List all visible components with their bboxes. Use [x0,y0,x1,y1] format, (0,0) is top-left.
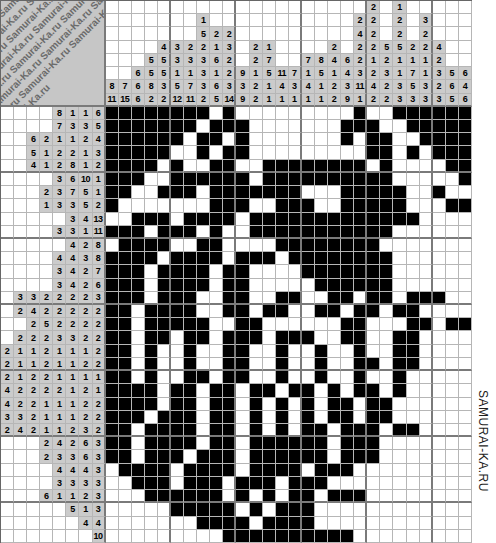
left-clue-cell: 8 [93,252,106,265]
grid-cell-empty [132,437,145,450]
grid-cell-filled [132,160,145,173]
grid-cell-empty [197,398,210,411]
grid-cell-empty [106,530,119,543]
grid-cell-filled [354,239,367,252]
left-clue-cell [66,517,79,530]
grid-cell-filled [197,477,210,490]
left-clue-cell [14,160,27,173]
top-clue-cell: 5 [446,94,459,107]
top-clue-cell [119,54,132,67]
grid-cell-empty [446,173,459,186]
grid-cell-empty [236,411,249,424]
grid-cell-filled [407,345,420,358]
grid-cell-filled [289,239,302,252]
top-clue-cell [145,1,158,14]
grid-cell-filled [236,265,249,278]
left-clue-cell: 2 [27,424,40,437]
top-clue-cell [145,27,158,40]
grid-cell-empty [354,517,367,530]
left-clue-cell [40,226,53,239]
grid-cell-filled [119,160,132,173]
grid-cell-filled [236,279,249,292]
grid-cell-filled [315,464,328,477]
grid-cell-filled [302,252,315,265]
left-clue-cell: 1 [66,411,79,424]
grid-cell-filled [328,411,341,424]
grid-cell-empty [184,517,197,530]
left-clue-cell [53,517,66,530]
grid-cell-filled [276,371,289,384]
left-clue-cell: 1 [53,398,66,411]
left-clue-cell: 2 [66,305,79,318]
top-clue-cell: 11 [184,94,197,107]
left-clue-cell [40,477,53,490]
left-clue-cell [1,318,14,331]
top-clue-cell: 11 [106,94,119,107]
grid-cell-filled [106,199,119,212]
left-clue-cell: 1 [79,160,92,173]
grid-cell-empty [393,411,406,424]
grid-cell-filled [119,450,132,463]
left-clue-cell: 2 [27,384,40,397]
grid-cell-empty [367,345,380,358]
grid-cell-filled [210,437,223,450]
grid-cell-empty [145,199,158,212]
grid-cell-filled [158,292,171,305]
grid-cell-filled [184,424,197,437]
left-clue-cell: 2 [79,239,92,252]
grid-cell-filled [302,530,315,543]
left-clue-cell: 3 [14,411,27,424]
grid-cell-filled [223,331,236,344]
grid-cell-filled [367,450,380,463]
grid-cell-empty [158,160,171,173]
grid-cell-filled [132,146,145,159]
grid-cell-empty [446,186,459,199]
top-clue-cell [302,1,315,14]
grid-cell-filled [302,517,315,530]
grid-cell-filled [302,213,315,226]
left-clue-cell: 6 [27,133,40,146]
grid-cell-filled [145,318,158,331]
left-clue-cell [14,490,27,503]
left-clue-cell: 2 [79,358,92,371]
grid-cell-filled [289,186,302,199]
grid-cell-empty [393,265,406,278]
left-clue-cell: 2 [53,318,66,331]
left-clue-cell: 4 [66,252,79,265]
grid-cell-empty [459,252,472,265]
grid-cell-filled [171,279,184,292]
grid-cell-filled [393,213,406,226]
grid-cell-filled [145,437,158,450]
grid-cell-empty [459,292,472,305]
grid-cell-filled [119,146,132,159]
top-clue-cell [380,1,393,14]
grid-cell-empty [446,464,459,477]
top-clue-cell: 14 [223,94,236,107]
grid-cell-filled [158,120,171,133]
grid-cell-filled [106,305,119,318]
grid-cell-filled [302,424,315,437]
left-clue-cell [27,107,40,120]
grid-cell-empty [328,371,341,384]
top-clue-cell: 1 [184,67,197,80]
grid-cell-filled [223,199,236,212]
grid-cell-filled [171,226,184,239]
grid-cell-filled [210,186,223,199]
grid-cell-empty [433,252,446,265]
grid-cell-empty [433,517,446,530]
grid-cell-filled [223,464,236,477]
grid-cell-empty [263,292,276,305]
grid-cell-empty [289,358,302,371]
left-clue-cell: 1 [40,146,53,159]
grid-cell-filled [354,318,367,331]
grid-cell-filled [367,146,380,159]
top-clue-cell: 3 [236,80,249,93]
grid-cell-empty [315,107,328,120]
left-clue-cell [40,517,53,530]
grid-cell-empty [197,160,210,173]
grid-cell-filled [197,173,210,186]
grid-cell-filled [158,305,171,318]
grid-cell-empty [433,226,446,239]
grid-cell-filled [223,384,236,397]
left-clue-cell [27,252,40,265]
grid-cell-filled [380,173,393,186]
top-clue-cell [380,14,393,27]
grid-cell-filled [106,265,119,278]
left-clue-cell [1,437,14,450]
left-clue-cell [27,517,40,530]
grid-cell-empty [263,331,276,344]
grid-cell-filled [236,477,249,490]
grid-cell-empty [145,173,158,186]
grid-cell-filled [328,239,341,252]
left-clue-cell: 3 [66,226,79,239]
grid-cell-empty [446,530,459,543]
grid-cell-empty [223,318,236,331]
left-clue-cell: 1 [79,107,92,120]
grid-cell-filled [184,318,197,331]
top-clue-cell: 5 [145,54,158,67]
top-clue-cell: 3 [158,80,171,93]
left-clue-cell: 1 [79,371,92,384]
grid-cell-empty [171,371,184,384]
grid-cell-empty [315,411,328,424]
grid-cell-filled [315,239,328,252]
left-clue-cell: 3 [53,226,66,239]
grid-cell-filled [158,464,171,477]
grid-cell-filled [263,252,276,265]
top-clue-cell: 2 [380,94,393,107]
grid-cell-empty [354,530,367,543]
grid-cell-filled [171,305,184,318]
top-clue-cell: 4 [459,80,472,93]
grid-cell-filled [119,331,132,344]
top-clue-cell: 4 [354,27,367,40]
grid-cell-filled [459,318,472,331]
grid-cell-empty [184,530,197,543]
grid-cell-empty [407,450,420,463]
top-clue-cell [433,27,446,40]
grid-cell-empty [263,411,276,424]
left-clue-cell: 3 [79,424,92,437]
top-clue-cell: 2 [380,80,393,93]
left-clue-cell [1,331,14,344]
left-clue-cell: 4 [79,464,92,477]
grid-cell-empty [446,437,459,450]
grid-cell-filled [289,160,302,173]
grid-cell-empty [302,305,315,318]
grid-cell-filled [407,358,420,371]
grid-cell-filled [197,213,210,226]
left-clue-cell: 2 [40,384,53,397]
top-clue-cell: 3 [393,80,406,93]
grid-cell-filled [341,173,354,186]
grid-cell-empty [197,199,210,212]
grid-cell-empty [236,107,249,120]
grid-cell-filled [223,160,236,173]
grid-cell-empty [276,146,289,159]
grid-cell-filled [184,226,197,239]
grid-cell-empty [407,371,420,384]
top-clue-cell [197,1,210,14]
grid-cell-empty [171,213,184,226]
grid-cell-empty [210,279,223,292]
grid-cell-empty [380,503,393,516]
grid-cell-filled [367,239,380,252]
top-clue-cell: 2 [367,27,380,40]
grid-cell-filled [223,398,236,411]
grid-cell-filled [380,292,393,305]
grid-cell-empty [459,517,472,530]
top-clue-cell [433,1,446,14]
grid-cell-filled [393,186,406,199]
top-clue-cell: 3 [420,14,433,27]
grid-cell-filled [171,173,184,186]
grid-cell-filled [119,265,132,278]
grid-cell-filled [158,213,171,226]
grid-cell-filled [236,530,249,543]
grid-cell-filled [289,517,302,530]
grid-cell-empty [132,530,145,543]
grid-cell-filled [459,173,472,186]
grid-cell-filled [106,133,119,146]
grid-cell-filled [119,186,132,199]
left-clue-cell: 2 [79,331,92,344]
grid-cell-empty [420,530,433,543]
grid-cell-filled [367,424,380,437]
grid-cell-empty [276,318,289,331]
grid-cell-filled [302,384,315,397]
grid-cell-empty [459,305,472,318]
top-clue-cell: 4 [433,41,446,54]
grid-cell-empty [263,199,276,212]
grid-cell-empty [407,226,420,239]
grid-cell-filled [289,464,302,477]
grid-cell-filled [145,252,158,265]
grid-cell-filled [276,358,289,371]
grid-cell-empty [328,345,341,358]
grid-cell-filled [263,437,276,450]
left-clue-cell: 3 [66,477,79,490]
grid-cell-empty [302,292,315,305]
grid-cell-empty [171,331,184,344]
top-clue-cell: 2 [145,94,158,107]
left-clue-cell: 1 [14,345,27,358]
grid-cell-empty [132,503,145,516]
grid-cell-filled [119,318,132,331]
grid-cell-filled [210,384,223,397]
left-clue-cell [40,213,53,226]
top-clue-cell: 2 [197,94,210,107]
grid-cell-empty [420,384,433,397]
grid-cell-empty [433,199,446,212]
grid-cell-empty [197,530,210,543]
top-clue-cell: 6 [132,80,145,93]
grid-cell-empty [302,146,315,159]
grid-cell-empty [289,411,302,424]
left-clue-cell [14,503,27,516]
left-clue-cell [27,503,40,516]
grid-cell-filled [289,384,302,397]
left-clue-cell: 6 [66,173,79,186]
grid-cell-empty [354,464,367,477]
left-clue-cell: 2 [66,146,79,159]
grid-cell-empty [407,133,420,146]
grid-cell-filled [341,213,354,226]
grid-cell-filled [328,384,341,397]
grid-cell-filled [459,133,472,146]
grid-cell-empty [420,279,433,292]
grid-cell-empty [393,503,406,516]
grid-cell-filled [158,107,171,120]
top-clue-cell: 2 [184,41,197,54]
grid-cell-filled [302,490,315,503]
grid-cell-filled [393,424,406,437]
left-clue-cell [14,213,27,226]
grid-cell-filled [276,173,289,186]
grid-cell-empty [184,133,197,146]
grid-cell-empty [210,107,223,120]
grid-cell-filled [289,252,302,265]
grid-cell-filled [341,265,354,278]
grid-cell-empty [223,477,236,490]
left-clue-cell: 4 [79,213,92,226]
grid-cell-filled [289,477,302,490]
grid-cell-empty [433,358,446,371]
grid-cell-filled [302,411,315,424]
grid-cell-filled [341,226,354,239]
left-clue-cell: 3 [66,331,79,344]
grid-cell-filled [328,213,341,226]
left-clue-cell: 1 [66,398,79,411]
grid-cell-filled [132,384,145,397]
grid-cell-empty [459,239,472,252]
grid-cell-empty [315,199,328,212]
left-clue-cell: 3 [66,450,79,463]
grid-cell-empty [407,490,420,503]
grid-cell-empty [341,146,354,159]
left-clue-cell [14,279,27,292]
top-clue-cell [171,27,184,40]
grid-cell-filled [210,411,223,424]
grid-cell-empty [420,450,433,463]
grid-cell-empty [393,133,406,146]
top-clue-cell [420,1,433,14]
grid-cell-empty [446,517,459,530]
grid-cell-filled [158,146,171,159]
grid-cell-empty [380,107,393,120]
grid-cell-filled [328,160,341,173]
grid-cell-empty [341,345,354,358]
grid-cell-filled [210,213,223,226]
top-clue-cell: 1 [210,67,223,80]
grid-cell-filled [341,199,354,212]
grid-cell-empty [328,199,341,212]
grid-cell-filled [119,371,132,384]
left-clue-cell: 2 [93,160,106,173]
left-clue-cell [27,477,40,490]
grid-cell-filled [446,146,459,159]
grid-cell-empty [459,331,472,344]
grid-cell-empty [289,107,302,120]
grid-cell-filled [145,345,158,358]
grid-cell-filled [145,133,158,146]
top-clue-cell: 1 [393,54,406,67]
top-clue-cell: 5 [315,67,328,80]
grid-cell-empty [276,120,289,133]
grid-cell-filled [328,305,341,318]
grid-cell-empty [446,239,459,252]
grid-cell-empty [263,265,276,278]
left-clue-cell: 1 [53,358,66,371]
grid-cell-filled [250,477,263,490]
grid-cell-empty [158,252,171,265]
grid-cell-empty [433,160,446,173]
grid-cell-filled [119,292,132,305]
grid-cell-empty [250,239,263,252]
grid-cell-empty [302,133,315,146]
grid-cell-filled [354,424,367,437]
grid-cell-empty [420,345,433,358]
grid-cell-empty [446,331,459,344]
grid-cell-empty [433,305,446,318]
grid-cell-empty [433,437,446,450]
grid-cell-empty [380,345,393,358]
grid-cell-empty [132,305,145,318]
grid-cell-filled [171,450,184,463]
grid-cell-empty [367,318,380,331]
grid-cell-filled [145,107,158,120]
grid-cell-filled [263,226,276,239]
left-clue-cell: 2 [93,358,106,371]
grid-cell-filled [276,424,289,437]
top-clue-cell: 2 [393,27,406,40]
grid-cell-filled [367,252,380,265]
grid-cell-filled [158,279,171,292]
grid-cell-empty [380,530,393,543]
top-clue-cell [407,27,420,40]
grid-cell-empty [158,173,171,186]
grid-cell-filled [354,345,367,358]
top-clue-cell: 6 [446,80,459,93]
grid-cell-filled [276,464,289,477]
left-clue-cell: 2 [40,450,53,463]
grid-cell-empty [420,265,433,278]
